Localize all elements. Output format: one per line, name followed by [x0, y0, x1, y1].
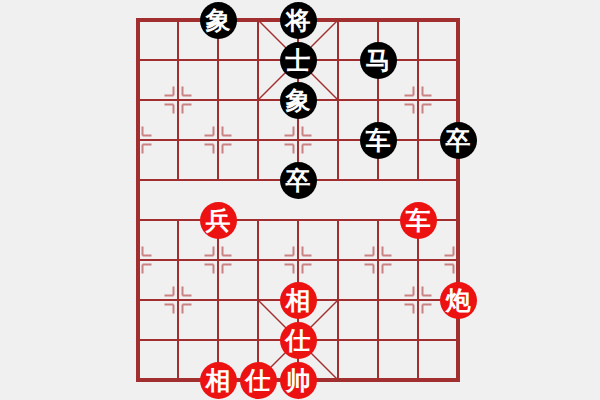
red-cannon[interactable]: 炮 — [440, 282, 477, 319]
black-advisor[interactable]: 士 — [280, 42, 317, 79]
xiangqi-app: 象将士马象车卒卒兵车相炮仕相仕帅 — [0, 0, 600, 400]
red-advisor[interactable]: 仕 — [240, 362, 277, 399]
black-elephant[interactable]: 象 — [200, 2, 237, 39]
board-grid: 象将士马象车卒卒兵车相炮仕相仕帅 — [118, 0, 478, 400]
black-chariot[interactable]: 车 — [360, 122, 397, 159]
red-general[interactable]: 帅 — [280, 362, 317, 399]
red-elephant[interactable]: 相 — [200, 362, 237, 399]
black-pawn[interactable]: 卒 — [440, 122, 477, 159]
black-elephant[interactable]: 象 — [280, 82, 317, 119]
black-horse[interactable]: 马 — [360, 42, 397, 79]
red-elephant[interactable]: 相 — [280, 282, 317, 319]
black-pawn[interactable]: 卒 — [280, 162, 317, 199]
red-advisor[interactable]: 仕 — [280, 322, 317, 359]
red-pawn[interactable]: 兵 — [200, 202, 237, 239]
red-chariot[interactable]: 车 — [400, 202, 437, 239]
black-general[interactable]: 将 — [280, 2, 317, 39]
